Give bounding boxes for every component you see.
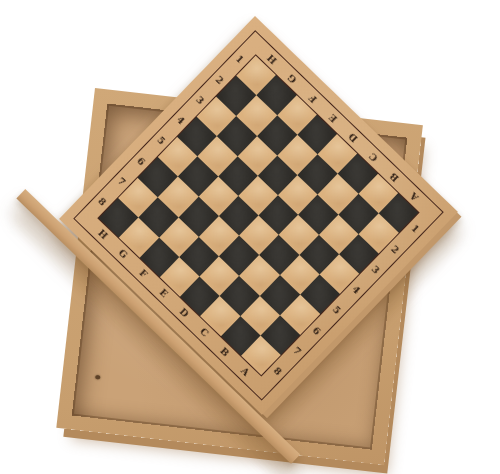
scene: HGFEDCBA HGFEDCBA 12345678 12345678 bbox=[0, 0, 500, 474]
knot-speck bbox=[95, 375, 100, 380]
